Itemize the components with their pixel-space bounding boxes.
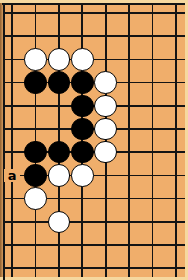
point-label-a: a bbox=[4, 169, 20, 182]
white-stone bbox=[94, 71, 117, 94]
black-stone bbox=[24, 164, 47, 187]
go-board-diagram: a bbox=[0, 0, 188, 280]
white-stone bbox=[71, 48, 94, 71]
white-stone bbox=[24, 48, 47, 71]
goban: a bbox=[0, 0, 188, 280]
black-stone bbox=[48, 71, 71, 94]
grid-line-horizontal bbox=[3, 35, 185, 37]
white-stone bbox=[48, 48, 71, 71]
black-stone bbox=[24, 141, 47, 164]
grid-line-horizontal bbox=[3, 267, 185, 269]
grid-line-vertical bbox=[175, 3, 177, 277]
black-stone bbox=[71, 71, 94, 94]
black-stone bbox=[71, 141, 94, 164]
black-stone bbox=[24, 71, 47, 94]
white-stone bbox=[24, 187, 47, 210]
black-stone bbox=[71, 95, 94, 118]
white-stone bbox=[94, 118, 117, 141]
grid-line-vertical bbox=[128, 3, 130, 277]
grid-line-horizontal bbox=[3, 12, 185, 14]
white-stone bbox=[94, 141, 117, 164]
grid-line-horizontal bbox=[3, 221, 185, 223]
white-stone bbox=[71, 164, 94, 187]
white-stone bbox=[48, 211, 71, 234]
grid-line-vertical bbox=[11, 3, 13, 277]
black-stone bbox=[48, 141, 71, 164]
white-stone bbox=[48, 164, 71, 187]
white-stone bbox=[94, 95, 117, 118]
grid-line-horizontal bbox=[3, 244, 185, 246]
black-stone bbox=[71, 118, 94, 141]
grid-line-vertical bbox=[152, 3, 154, 277]
